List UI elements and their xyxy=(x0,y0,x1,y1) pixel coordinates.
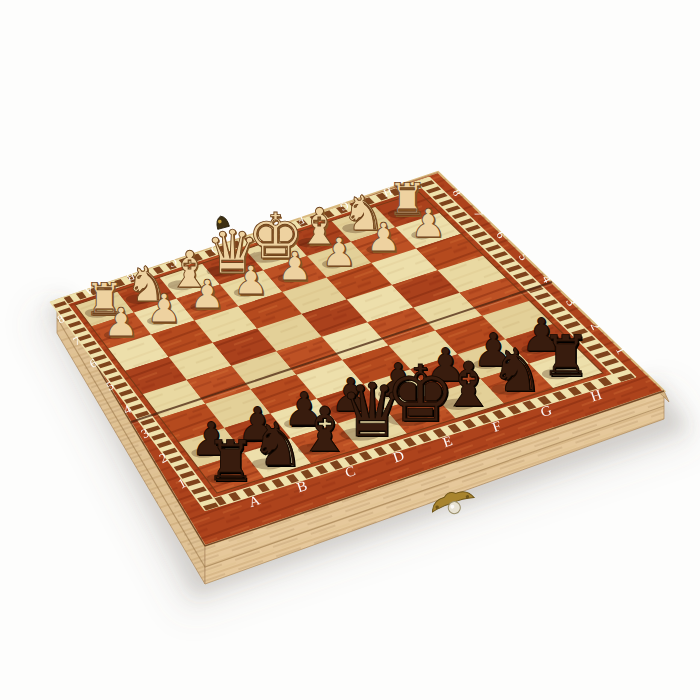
piece-white-pawn-c7-glyph: ♟ xyxy=(190,271,226,317)
piece-black-bishop-f1-glyph: ♝ xyxy=(441,349,496,421)
piece-white-pawn-e7-glyph: ♟ xyxy=(277,243,313,289)
piece-white-pawn-g7-glyph: ♟ xyxy=(366,214,402,260)
chess-set-photo: AABBCCDDEEFFGGHH1122334455667788♜♜♞♞♝♝♛♛… xyxy=(0,0,700,700)
piece-white-pawn-g7[interactable]: ♟♟ xyxy=(366,214,403,262)
piece-white-pawn-d7-glyph: ♟ xyxy=(233,257,269,303)
piece-white-pawn-h7-glyph: ♟ xyxy=(410,200,446,246)
piece-black-knight-g1[interactable]: ♞♞ xyxy=(490,336,545,407)
piece-white-pawn-f7[interactable]: ♟♟ xyxy=(321,229,358,277)
piece-white-pawn-a7-glyph: ♟ xyxy=(103,299,139,345)
piece-black-rook-h1-glyph: ♜ xyxy=(541,324,591,388)
piece-black-rook-a1[interactable]: ♜♜ xyxy=(206,429,257,495)
piece-white-pawn-f7-glyph: ♟ xyxy=(321,229,357,275)
piece-black-bishop-f1[interactable]: ♝♝ xyxy=(441,349,498,423)
piece-black-rook-h1[interactable]: ♜♜ xyxy=(541,324,592,390)
piece-white-pawn-d7[interactable]: ♟♟ xyxy=(233,257,270,305)
piece-white-pawn-a7[interactable]: ♟♟ xyxy=(103,299,140,347)
piece-white-pawn-c7[interactable]: ♟♟ xyxy=(190,271,227,319)
board-scene: AABBCCDDEEFFGGHH1122334455667788♜♜♞♞♝♝♛♛… xyxy=(0,0,700,700)
piece-white-pawn-b7[interactable]: ♟♟ xyxy=(146,285,183,333)
piece-black-knight-g1-glyph: ♞ xyxy=(490,336,543,405)
piece-white-pawn-e7[interactable]: ♟♟ xyxy=(277,243,314,291)
piece-white-pawn-b7-glyph: ♟ xyxy=(146,285,182,331)
piece-black-rook-a1-glyph: ♜ xyxy=(206,429,256,493)
piece-white-pawn-h7[interactable]: ♟♟ xyxy=(410,200,447,248)
